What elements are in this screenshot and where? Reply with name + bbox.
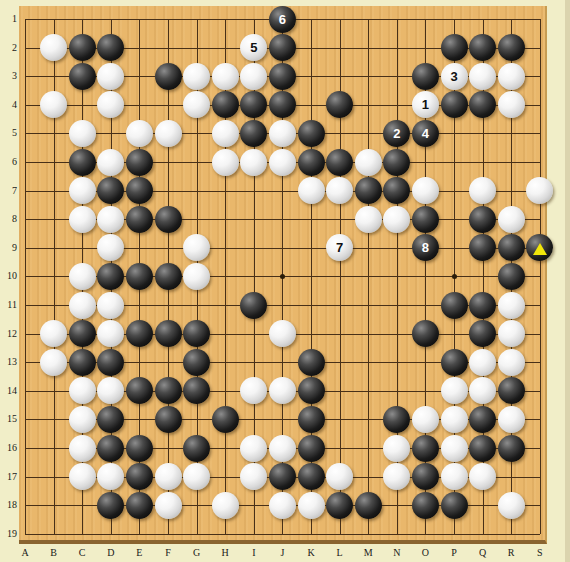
- white-stone-F17: [155, 463, 182, 490]
- intersection-E9[interactable]: [126, 234, 153, 261]
- white-stone-D3: [97, 63, 124, 90]
- intersection-I18[interactable]: [240, 492, 267, 519]
- black-stone-L18: [326, 492, 353, 519]
- white-stone-I3: [240, 63, 267, 90]
- intersection-I15[interactable]: [240, 406, 267, 433]
- intersection-S15[interactable]: [526, 406, 553, 433]
- intersection-J8[interactable]: [269, 206, 296, 233]
- intersection-B14[interactable]: [40, 377, 67, 404]
- black-stone-G16: [183, 435, 210, 462]
- intersection-R5[interactable]: [498, 120, 525, 147]
- intersection-J9[interactable]: [269, 234, 296, 261]
- intersection-B3[interactable]: [40, 63, 67, 90]
- white-stone-C10: [69, 263, 96, 290]
- col-label: K: [305, 547, 317, 558]
- intersection-N19[interactable]: [383, 520, 410, 547]
- last-move-triangle-marker: [533, 243, 547, 255]
- intersection-O10[interactable]: [412, 263, 439, 290]
- white-stone-J14: [269, 377, 296, 404]
- col-label: P: [448, 547, 460, 558]
- intersection-M11[interactable]: [355, 292, 382, 319]
- intersection-L11[interactable]: [326, 292, 353, 319]
- intersection-H8[interactable]: [212, 206, 239, 233]
- black-stone-K17: [298, 463, 325, 490]
- intersection-S13[interactable]: [526, 349, 553, 376]
- intersection-O14[interactable]: [412, 377, 439, 404]
- intersection-P8[interactable]: [441, 206, 468, 233]
- intersection-G1[interactable]: [183, 6, 210, 33]
- white-stone-P14: [441, 377, 468, 404]
- intersection-S3[interactable]: [526, 63, 553, 90]
- move-number-7: 7: [326, 234, 353, 261]
- intersection-G18[interactable]: [183, 492, 210, 519]
- black-stone-Q15: [469, 406, 496, 433]
- intersection-G5[interactable]: [183, 120, 210, 147]
- col-label: L: [334, 547, 346, 558]
- white-stone-D8: [97, 206, 124, 233]
- intersection-C9[interactable]: [69, 234, 96, 261]
- intersection-Q1[interactable]: [469, 6, 496, 33]
- black-stone-C3: [69, 63, 96, 90]
- black-stone-J3: [269, 63, 296, 90]
- black-stone-E12: [126, 320, 153, 347]
- black-stone-J4: [269, 91, 296, 118]
- white-stone-R18: [498, 492, 525, 519]
- black-stone-E8: [126, 206, 153, 233]
- white-stone-M8: [355, 206, 382, 233]
- intersection-C19[interactable]: [69, 520, 96, 547]
- intersection-L5[interactable]: [326, 120, 353, 147]
- col-label: R: [505, 547, 517, 558]
- intersection-G2[interactable]: [183, 34, 210, 61]
- intersection-A18[interactable]: [12, 492, 39, 519]
- black-stone-K16: [298, 435, 325, 462]
- intersection-S1[interactable]: [526, 6, 553, 33]
- black-stone-P2: [441, 34, 468, 61]
- intersection-A13[interactable]: [12, 349, 39, 376]
- move-number-2: 2: [383, 120, 410, 147]
- black-stone-N6: [383, 149, 410, 176]
- intersection-M5[interactable]: [355, 120, 382, 147]
- intersection-R1[interactable]: [498, 6, 525, 33]
- black-stone-O17: [412, 463, 439, 490]
- intersection-A17[interactable]: [12, 463, 39, 490]
- intersection-G19[interactable]: [183, 520, 210, 547]
- intersection-L2[interactable]: [326, 34, 353, 61]
- intersection-P1[interactable]: [441, 6, 468, 33]
- intersection-O13[interactable]: [412, 349, 439, 376]
- col-label: N: [391, 547, 403, 558]
- intersection-M13[interactable]: [355, 349, 382, 376]
- intersection-A10[interactable]: [12, 263, 39, 290]
- intersection-S5[interactable]: [526, 120, 553, 147]
- intersection-E2[interactable]: [126, 34, 153, 61]
- intersection-L16[interactable]: [326, 435, 353, 462]
- black-stone-F3: [155, 63, 182, 90]
- intersection-N3[interactable]: [383, 63, 410, 90]
- black-stone-O12: [412, 320, 439, 347]
- intersection-G11[interactable]: [183, 292, 210, 319]
- white-stone-H3: [212, 63, 239, 90]
- white-stone-F5: [155, 120, 182, 147]
- col-label: I: [248, 547, 260, 558]
- col-label: H: [219, 547, 231, 558]
- intersection-F16[interactable]: [155, 435, 182, 462]
- white-stone-F18: [155, 492, 182, 519]
- intersection-J15[interactable]: [269, 406, 296, 433]
- white-stone-H18: [212, 492, 239, 519]
- white-stone-Q13: [469, 349, 496, 376]
- intersection-D19[interactable]: [97, 520, 124, 547]
- intersection-A11[interactable]: [12, 292, 39, 319]
- intersection-A15[interactable]: [12, 406, 39, 433]
- intersection-L3[interactable]: [326, 63, 353, 90]
- intersection-S2[interactable]: [526, 34, 553, 61]
- white-stone-C14: [69, 377, 96, 404]
- intersection-F9[interactable]: [155, 234, 182, 261]
- black-stone-K15: [298, 406, 325, 433]
- intersection-S11[interactable]: [526, 292, 553, 319]
- intersection-H7[interactable]: [212, 177, 239, 204]
- white-stone-O15: [412, 406, 439, 433]
- intersection-K12[interactable]: [298, 320, 325, 347]
- intersection-L15[interactable]: [326, 406, 353, 433]
- white-stone-J6: [269, 149, 296, 176]
- intersection-H11[interactable]: [212, 292, 239, 319]
- intersection-C1[interactable]: [69, 6, 96, 33]
- white-stone-R4: [498, 91, 525, 118]
- intersection-A2[interactable]: [12, 34, 39, 61]
- intersection-I19[interactable]: [240, 520, 267, 547]
- intersection-A4[interactable]: [12, 91, 39, 118]
- intersection-M15[interactable]: [355, 406, 382, 433]
- intersection-P5[interactable]: [441, 120, 468, 147]
- intersection-I1[interactable]: [240, 6, 267, 33]
- intersection-K19[interactable]: [298, 520, 325, 547]
- white-stone-D11: [97, 292, 124, 319]
- black-stone-D15: [97, 406, 124, 433]
- intersection-B6[interactable]: [40, 149, 67, 176]
- intersection-K9[interactable]: [298, 234, 325, 261]
- intersection-L14[interactable]: [326, 377, 353, 404]
- white-stone-R11: [498, 292, 525, 319]
- intersection-G8[interactable]: [183, 206, 210, 233]
- intersection-E4[interactable]: [126, 91, 153, 118]
- intersection-E13[interactable]: [126, 349, 153, 376]
- white-stone-R13: [498, 349, 525, 376]
- intersection-L12[interactable]: [326, 320, 353, 347]
- intersection-E1[interactable]: [126, 6, 153, 33]
- intersection-M2[interactable]: [355, 34, 382, 61]
- intersection-D5[interactable]: [97, 120, 124, 147]
- intersection-F7[interactable]: [155, 177, 182, 204]
- intersection-P9[interactable]: [441, 234, 468, 261]
- black-stone-P4: [441, 91, 468, 118]
- move-number-6: 6: [269, 6, 296, 33]
- intersection-G15[interactable]: [183, 406, 210, 433]
- col-label: S: [534, 547, 546, 558]
- intersection-K3[interactable]: [298, 63, 325, 90]
- intersection-S4[interactable]: [526, 91, 553, 118]
- intersection-A12[interactable]: [12, 320, 39, 347]
- intersection-F4[interactable]: [155, 91, 182, 118]
- intersection-Q18[interactable]: [469, 492, 496, 519]
- black-stone-Q11: [469, 292, 496, 319]
- intersection-O11[interactable]: [412, 292, 439, 319]
- intersection-F6[interactable]: [155, 149, 182, 176]
- intersection-A7[interactable]: [12, 177, 39, 204]
- black-stone-K6: [298, 149, 325, 176]
- col-label: D: [105, 547, 117, 558]
- white-stone-C17: [69, 463, 96, 490]
- intersection-K2[interactable]: [298, 34, 325, 61]
- white-stone-R3: [498, 63, 525, 90]
- intersection-N4[interactable]: [383, 91, 410, 118]
- intersection-S6[interactable]: [526, 149, 553, 176]
- intersection-H2[interactable]: [212, 34, 239, 61]
- intersection-C18[interactable]: [69, 492, 96, 519]
- intersection-N9[interactable]: [383, 234, 410, 261]
- intersection-B8[interactable]: [40, 206, 67, 233]
- intersection-P7[interactable]: [441, 177, 468, 204]
- white-stone-J16: [269, 435, 296, 462]
- white-stone-Q7: [469, 177, 496, 204]
- intersection-E3[interactable]: [126, 63, 153, 90]
- intersection-L10[interactable]: [326, 263, 353, 290]
- intersection-E19[interactable]: [126, 520, 153, 547]
- intersection-R17[interactable]: [498, 463, 525, 490]
- intersection-B7[interactable]: [40, 177, 67, 204]
- intersection-A8[interactable]: [12, 206, 39, 233]
- intersection-I12[interactable]: [240, 320, 267, 347]
- intersection-A6[interactable]: [12, 149, 39, 176]
- white-stone-C16: [69, 435, 96, 462]
- intersection-N12[interactable]: [383, 320, 410, 347]
- intersection-A3[interactable]: [12, 63, 39, 90]
- intersection-K8[interactable]: [298, 206, 325, 233]
- intersection-I10[interactable]: [240, 263, 267, 290]
- intersection-B19[interactable]: [40, 520, 67, 547]
- intersection-N1[interactable]: [383, 6, 410, 33]
- intersection-M9[interactable]: [355, 234, 382, 261]
- intersection-A5[interactable]: [12, 120, 39, 147]
- intersection-Q19[interactable]: [469, 520, 496, 547]
- intersection-I7[interactable]: [240, 177, 267, 204]
- move-number-4: 4: [412, 120, 439, 147]
- intersection-P19[interactable]: [441, 520, 468, 547]
- black-stone-E7: [126, 177, 153, 204]
- intersection-J19[interactable]: [269, 520, 296, 547]
- intersection-A14[interactable]: [12, 377, 39, 404]
- intersection-K1[interactable]: [298, 6, 325, 33]
- move-number-3: 3: [441, 63, 468, 90]
- intersection-C4[interactable]: [69, 91, 96, 118]
- black-stone-C13: [69, 349, 96, 376]
- intersection-S12[interactable]: [526, 320, 553, 347]
- intersection-Q5[interactable]: [469, 120, 496, 147]
- intersection-N13[interactable]: [383, 349, 410, 376]
- black-stone-E16: [126, 435, 153, 462]
- intersection-O6[interactable]: [412, 149, 439, 176]
- black-stone-Q2: [469, 34, 496, 61]
- col-label: M: [362, 547, 374, 558]
- intersection-O19[interactable]: [412, 520, 439, 547]
- black-stone-P18: [441, 492, 468, 519]
- white-stone-N8: [383, 206, 410, 233]
- intersection-M10[interactable]: [355, 263, 382, 290]
- intersection-S18[interactable]: [526, 492, 553, 519]
- intersection-B10[interactable]: [40, 263, 67, 290]
- intersection-S8[interactable]: [526, 206, 553, 233]
- intersection-H9[interactable]: [212, 234, 239, 261]
- intersection-A16[interactable]: [12, 435, 39, 462]
- intersection-Q6[interactable]: [469, 149, 496, 176]
- intersection-F2[interactable]: [155, 34, 182, 61]
- intersection-A1[interactable]: [12, 6, 39, 33]
- black-stone-O18: [412, 492, 439, 519]
- intersection-R19[interactable]: [498, 520, 525, 547]
- intersection-S16[interactable]: [526, 435, 553, 462]
- intersection-I8[interactable]: [240, 206, 267, 233]
- intersection-J7[interactable]: [269, 177, 296, 204]
- intersection-S17[interactable]: [526, 463, 553, 490]
- white-stone-G10: [183, 263, 210, 290]
- intersection-M3[interactable]: [355, 63, 382, 90]
- intersection-M1[interactable]: [355, 6, 382, 33]
- intersection-H13[interactable]: [212, 349, 239, 376]
- white-stone-M6: [355, 149, 382, 176]
- col-label: Q: [477, 547, 489, 558]
- black-stone-J2: [269, 34, 296, 61]
- white-stone-J5: [269, 120, 296, 147]
- intersection-N2[interactable]: [383, 34, 410, 61]
- intersection-N14[interactable]: [383, 377, 410, 404]
- black-stone-F8: [155, 206, 182, 233]
- intersection-S10[interactable]: [526, 263, 553, 290]
- intersection-Q10[interactable]: [469, 263, 496, 290]
- white-stone-Q17: [469, 463, 496, 490]
- intersection-F13[interactable]: [155, 349, 182, 376]
- intersection-S14[interactable]: [526, 377, 553, 404]
- white-stone-C8: [69, 206, 96, 233]
- intersection-J10[interactable]: [269, 263, 296, 290]
- intersection-O2[interactable]: [412, 34, 439, 61]
- intersection-K10[interactable]: [298, 263, 325, 290]
- white-stone-H6: [212, 149, 239, 176]
- intersection-H19[interactable]: [212, 520, 239, 547]
- intersection-H1[interactable]: [212, 6, 239, 33]
- white-stone-O7: [412, 177, 439, 204]
- black-stone-I11: [240, 292, 267, 319]
- intersection-O1[interactable]: [412, 6, 439, 33]
- intersection-R6[interactable]: [498, 149, 525, 176]
- intersection-M4[interactable]: [355, 91, 382, 118]
- intersection-G7[interactable]: [183, 177, 210, 204]
- white-stone-D6: [97, 149, 124, 176]
- intersection-J11[interactable]: [269, 292, 296, 319]
- white-stone-J18: [269, 492, 296, 519]
- intersection-N11[interactable]: [383, 292, 410, 319]
- intersection-S19[interactable]: [526, 520, 553, 547]
- intersection-L19[interactable]: [326, 520, 353, 547]
- intersection-P6[interactable]: [441, 149, 468, 176]
- intersection-H14[interactable]: [212, 377, 239, 404]
- intersection-M19[interactable]: [355, 520, 382, 547]
- intersection-P12[interactable]: [441, 320, 468, 347]
- black-stone-O8: [412, 206, 439, 233]
- intersection-B11[interactable]: [40, 292, 67, 319]
- white-stone-B12: [40, 320, 67, 347]
- intersection-F11[interactable]: [155, 292, 182, 319]
- intersection-B15[interactable]: [40, 406, 67, 433]
- intersection-H17[interactable]: [212, 463, 239, 490]
- intersection-E11[interactable]: [126, 292, 153, 319]
- intersection-H16[interactable]: [212, 435, 239, 462]
- intersection-B18[interactable]: [40, 492, 67, 519]
- intersection-E15[interactable]: [126, 406, 153, 433]
- intersection-A19[interactable]: [12, 520, 39, 547]
- black-stone-K13: [298, 349, 325, 376]
- intersection-I9[interactable]: [240, 234, 267, 261]
- intersection-L1[interactable]: [326, 6, 353, 33]
- intersection-L13[interactable]: [326, 349, 353, 376]
- move-number-1: 1: [412, 91, 439, 118]
- intersection-I13[interactable]: [240, 349, 267, 376]
- intersection-N10[interactable]: [383, 263, 410, 290]
- white-stone-P15: [441, 406, 468, 433]
- intersection-J13[interactable]: [269, 349, 296, 376]
- black-stone-K5: [298, 120, 325, 147]
- black-stone-F15: [155, 406, 182, 433]
- black-stone-E14: [126, 377, 153, 404]
- black-stone-G12: [183, 320, 210, 347]
- go-game-window: 12345678910111213141516171819ABCDEFGHIJK…: [0, 0, 570, 562]
- col-label: A: [19, 547, 31, 558]
- intersection-L8[interactable]: [326, 206, 353, 233]
- col-label: B: [48, 547, 60, 558]
- intersection-N18[interactable]: [383, 492, 410, 519]
- intersection-F1[interactable]: [155, 6, 182, 33]
- intersection-H10[interactable]: [212, 263, 239, 290]
- intersection-R7[interactable]: [498, 177, 525, 204]
- white-stone-C5: [69, 120, 96, 147]
- intersection-P10[interactable]: [441, 263, 468, 290]
- intersection-K4[interactable]: [298, 91, 325, 118]
- white-stone-B13: [40, 349, 67, 376]
- white-stone-C7: [69, 177, 96, 204]
- black-stone-C12: [69, 320, 96, 347]
- intersection-B9[interactable]: [40, 234, 67, 261]
- intersection-D1[interactable]: [97, 6, 124, 33]
- intersection-M17[interactable]: [355, 463, 382, 490]
- white-stone-L7: [326, 177, 353, 204]
- black-stone-E17: [126, 463, 153, 490]
- intersection-B17[interactable]: [40, 463, 67, 490]
- intersection-H12[interactable]: [212, 320, 239, 347]
- intersection-A9[interactable]: [12, 234, 39, 261]
- intersection-B1[interactable]: [40, 6, 67, 33]
- intersection-M16[interactable]: [355, 435, 382, 462]
- intersection-M14[interactable]: [355, 377, 382, 404]
- intersection-G6[interactable]: [183, 149, 210, 176]
- black-stone-E18: [126, 492, 153, 519]
- black-stone-K14: [298, 377, 325, 404]
- intersection-B5[interactable]: [40, 120, 67, 147]
- intersection-B16[interactable]: [40, 435, 67, 462]
- intersection-F19[interactable]: [155, 520, 182, 547]
- intersection-M12[interactable]: [355, 320, 382, 347]
- intersection-K11[interactable]: [298, 292, 325, 319]
